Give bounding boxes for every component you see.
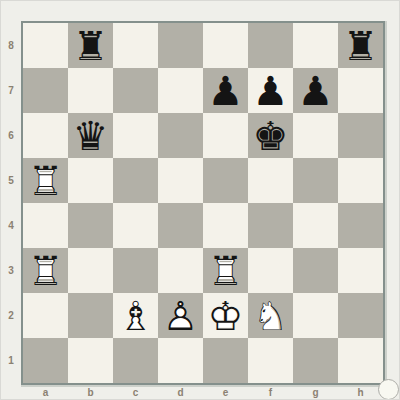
square-f8[interactable] [248,23,293,68]
square-g2[interactable] [293,293,338,338]
square-c5[interactable] [113,158,158,203]
square-a5[interactable]: ♜♖ [23,158,68,203]
square-g1[interactable] [293,338,338,383]
square-d2[interactable]: ♟♙ [158,293,203,338]
piece-black-pawn[interactable]: ♟ [203,68,248,113]
square-a7[interactable] [23,68,68,113]
square-h6[interactable] [338,113,383,158]
piece-glyph-outline: ♖ [23,158,68,203]
piece-white-rook[interactable]: ♜♖ [23,158,68,203]
square-h5[interactable] [338,158,383,203]
square-c1[interactable] [113,338,158,383]
file-label-g: g [293,385,338,400]
piece-glyph: ♜ [68,23,113,68]
square-d3[interactable] [158,248,203,293]
rank-labels: 87654321 [1,23,21,383]
piece-white-knight[interactable]: ♞♘ [248,293,293,338]
rank-label-6: 6 [1,113,21,158]
square-d5[interactable] [158,158,203,203]
square-d1[interactable] [158,338,203,383]
square-g3[interactable] [293,248,338,293]
square-e2[interactable]: ♚♔ [203,293,248,338]
piece-black-rook[interactable]: ♜ [338,23,383,68]
piece-glyph: ♟ [248,68,293,113]
square-h4[interactable] [338,203,383,248]
piece-glyph: ♟ [293,68,338,113]
piece-glyph-outline: ♖ [203,248,248,293]
square-h8[interactable]: ♜ [338,23,383,68]
rank-label-1: 1 [1,338,21,383]
square-a8[interactable] [23,23,68,68]
rank-label-7: 7 [1,68,21,113]
square-g4[interactable] [293,203,338,248]
square-c3[interactable] [113,248,158,293]
square-f5[interactable] [248,158,293,203]
rank-label-4: 4 [1,203,21,248]
square-e3[interactable]: ♜♖ [203,248,248,293]
square-g8[interactable] [293,23,338,68]
square-a2[interactable] [23,293,68,338]
square-b7[interactable] [68,68,113,113]
square-b6[interactable]: ♛ [68,113,113,158]
square-g6[interactable] [293,113,338,158]
square-b8[interactable]: ♜ [68,23,113,68]
square-g7[interactable]: ♟ [293,68,338,113]
square-e5[interactable] [203,158,248,203]
square-d7[interactable] [158,68,203,113]
square-b2[interactable] [68,293,113,338]
square-c4[interactable] [113,203,158,248]
square-c2[interactable]: ♝♗ [113,293,158,338]
rank-label-8: 8 [1,23,21,68]
square-a3[interactable]: ♜♖ [23,248,68,293]
square-a6[interactable] [23,113,68,158]
piece-white-bishop[interactable]: ♝♗ [113,293,158,338]
piece-glyph: ♟ [203,68,248,113]
square-h3[interactable] [338,248,383,293]
square-f6[interactable]: ♚ [248,113,293,158]
piece-white-king[interactable]: ♚♔ [203,293,248,338]
piece-glyph-outline: ♔ [203,293,248,338]
piece-glyph: ♛ [68,113,113,158]
square-b5[interactable] [68,158,113,203]
piece-glyph-outline: ♖ [23,248,68,293]
piece-black-pawn[interactable]: ♟ [248,68,293,113]
file-label-b: b [68,385,113,400]
chess-diagram-page: 87654321 ♜♜♟♟♟♛♚♜♖♜♖♜♖♝♗♟♙♚♔♞♘ abcdefgh [0,0,400,400]
rank-label-2: 2 [1,293,21,338]
file-labels: abcdefgh [23,385,383,400]
square-c7[interactable] [113,68,158,113]
piece-black-rook[interactable]: ♜ [68,23,113,68]
square-d6[interactable] [158,113,203,158]
piece-glyph-outline: ♗ [113,293,158,338]
square-h7[interactable] [338,68,383,113]
square-b4[interactable] [68,203,113,248]
rank-label-3: 3 [1,248,21,293]
square-f2[interactable]: ♞♘ [248,293,293,338]
piece-glyph: ♜ [338,23,383,68]
square-f7[interactable]: ♟ [248,68,293,113]
square-g5[interactable] [293,158,338,203]
piece-white-pawn[interactable]: ♟♙ [158,293,203,338]
square-h2[interactable] [338,293,383,338]
square-c6[interactable] [113,113,158,158]
square-c8[interactable] [113,23,158,68]
piece-black-king[interactable]: ♚ [248,113,293,158]
square-f1[interactable] [248,338,293,383]
square-h1[interactable] [338,338,383,383]
file-label-f: f [248,385,293,400]
square-a4[interactable] [23,203,68,248]
piece-black-pawn[interactable]: ♟ [293,68,338,113]
piece-glyph-outline: ♘ [248,293,293,338]
file-label-c: c [113,385,158,400]
piece-glyph-outline: ♙ [158,293,203,338]
square-f3[interactable] [248,248,293,293]
side-to-move-indicator[interactable] [378,379,399,400]
rank-label-5: 5 [1,158,21,203]
square-b1[interactable] [68,338,113,383]
square-e1[interactable] [203,338,248,383]
square-f4[interactable] [248,203,293,248]
file-label-d: d [158,385,203,400]
piece-glyph: ♚ [248,113,293,158]
square-e4[interactable] [203,203,248,248]
file-label-a: a [23,385,68,400]
square-b3[interactable] [68,248,113,293]
square-a1[interactable] [23,338,68,383]
piece-white-rook[interactable]: ♜♖ [23,248,68,293]
square-e7[interactable]: ♟ [203,68,248,113]
piece-white-rook[interactable]: ♜♖ [203,248,248,293]
chess-board: ♜♜♟♟♟♛♚♜♖♜♖♜♖♝♗♟♙♚♔♞♘ [21,21,385,385]
file-label-h: h [338,385,383,400]
square-e6[interactable] [203,113,248,158]
square-d4[interactable] [158,203,203,248]
file-label-e: e [203,385,248,400]
square-e8[interactable] [203,23,248,68]
square-d8[interactable] [158,23,203,68]
piece-black-queen[interactable]: ♛ [68,113,113,158]
